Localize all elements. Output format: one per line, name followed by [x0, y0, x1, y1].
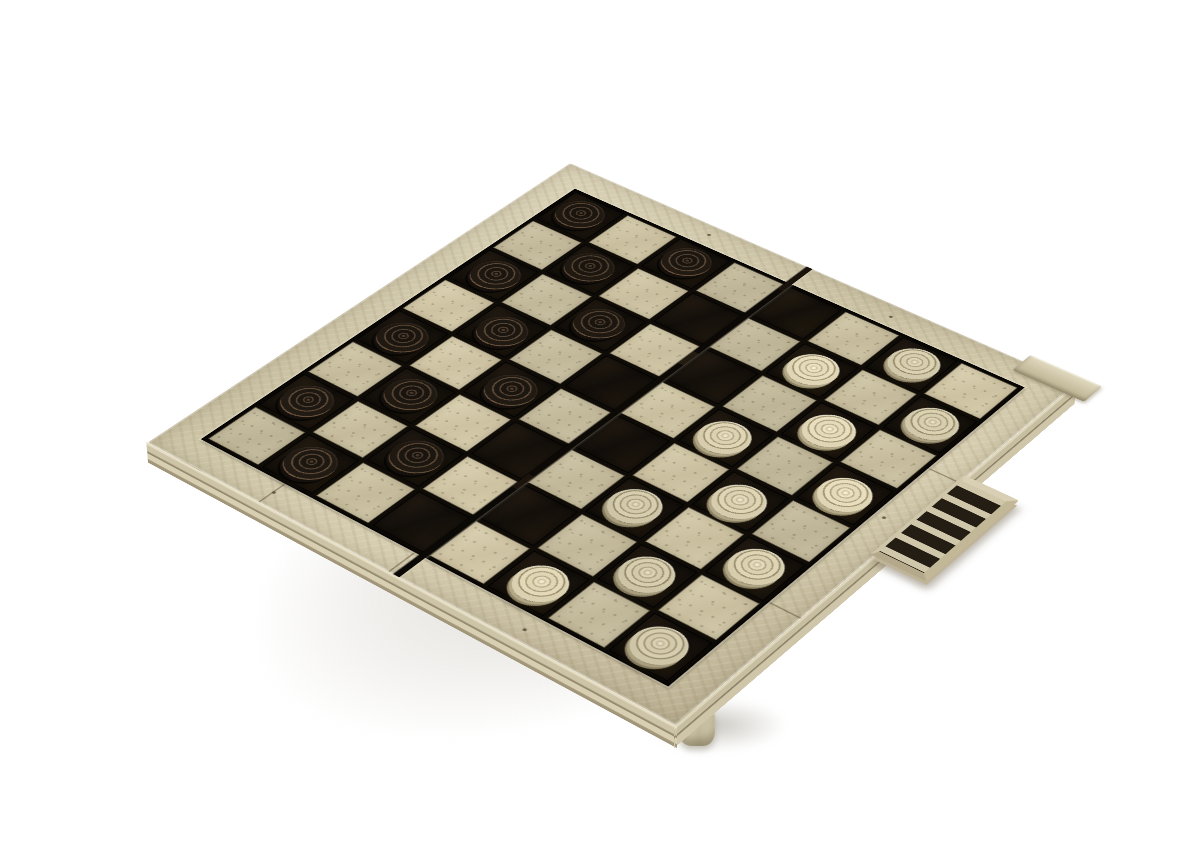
frame-joint: [766, 601, 801, 619]
playing-area: [208, 192, 1018, 681]
pin-dot: [706, 233, 711, 236]
dark-piece[interactable]: [545, 196, 615, 234]
dark-piece[interactable]: [651, 242, 722, 282]
perspective-scene: [0, 0, 1200, 867]
frame-joint: [258, 482, 288, 503]
dark-piece[interactable]: [378, 434, 456, 481]
light-piece[interactable]: [775, 348, 849, 392]
pin-dot: [522, 628, 528, 632]
checkers-board: [148, 163, 1076, 725]
pin-dot: [888, 315, 893, 318]
photo-stage: [0, 0, 1200, 867]
pin-dot: [271, 491, 277, 495]
pin-dot: [881, 516, 887, 520]
